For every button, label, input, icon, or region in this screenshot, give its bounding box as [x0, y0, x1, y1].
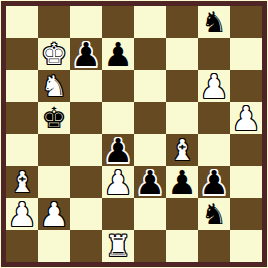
square-f6[interactable] — [166, 70, 198, 102]
square-g4[interactable] — [198, 134, 230, 166]
square-c3[interactable] — [70, 166, 102, 198]
square-b1[interactable] — [38, 230, 70, 262]
square-h8[interactable] — [230, 6, 262, 38]
square-h3[interactable] — [230, 166, 262, 198]
square-d2[interactable] — [102, 198, 134, 230]
square-g3[interactable]: ♟ — [198, 166, 230, 198]
square-d4[interactable]: ♟ — [102, 134, 134, 166]
square-f8[interactable] — [166, 6, 198, 38]
square-d5[interactable] — [102, 102, 134, 134]
square-g5[interactable] — [198, 102, 230, 134]
square-c7[interactable]: ♟ — [70, 38, 102, 70]
square-e6[interactable] — [134, 70, 166, 102]
white-king: ♚ — [41, 40, 67, 69]
square-d6[interactable] — [102, 70, 134, 102]
square-a4[interactable] — [6, 134, 38, 166]
black-pawn: ♟ — [103, 38, 133, 71]
square-f4[interactable]: ♝ — [166, 134, 198, 166]
white-pawn: ♟ — [231, 102, 261, 135]
square-h7[interactable] — [230, 38, 262, 70]
square-b7[interactable]: ♚ — [38, 38, 70, 70]
black-pawn: ♟ — [199, 166, 229, 199]
square-e2[interactable] — [134, 198, 166, 230]
square-a5[interactable] — [6, 102, 38, 134]
white-knight: ♞ — [41, 72, 67, 101]
white-pawn: ♟ — [39, 198, 69, 231]
square-g7[interactable] — [198, 38, 230, 70]
square-b8[interactable] — [38, 6, 70, 38]
square-f5[interactable] — [166, 102, 198, 134]
square-a1[interactable] — [6, 230, 38, 262]
square-a6[interactable] — [6, 70, 38, 102]
square-c1[interactable] — [70, 230, 102, 262]
square-c5[interactable] — [70, 102, 102, 134]
square-g2[interactable]: ♞ — [198, 198, 230, 230]
square-h4[interactable] — [230, 134, 262, 166]
square-b2[interactable]: ♟ — [38, 198, 70, 230]
square-c4[interactable] — [70, 134, 102, 166]
square-e1[interactable] — [134, 230, 166, 262]
chess-board: ♞♚♟♟♞♟♚♟♟♝♝♟♟♟♟♟♟♞♜ — [6, 6, 262, 262]
chess-board-frame: ♞♚♟♟♞♟♚♟♟♝♝♟♟♟♟♟♟♞♜ — [0, 0, 268, 268]
square-b6[interactable]: ♞ — [38, 70, 70, 102]
square-f7[interactable] — [166, 38, 198, 70]
square-f3[interactable]: ♟ — [166, 166, 198, 198]
square-b4[interactable] — [38, 134, 70, 166]
white-pawn: ♟ — [7, 198, 37, 231]
white-rook: ♜ — [105, 232, 131, 261]
square-d8[interactable] — [102, 6, 134, 38]
square-b5[interactable]: ♚ — [38, 102, 70, 134]
square-e3[interactable]: ♟ — [134, 166, 166, 198]
square-b3[interactable] — [38, 166, 70, 198]
square-e8[interactable] — [134, 6, 166, 38]
square-g1[interactable] — [198, 230, 230, 262]
black-king: ♚ — [41, 104, 67, 133]
square-c8[interactable] — [70, 6, 102, 38]
square-a2[interactable]: ♟ — [6, 198, 38, 230]
black-knight: ♞ — [201, 200, 227, 229]
square-d7[interactable]: ♟ — [102, 38, 134, 70]
square-h5[interactable]: ♟ — [230, 102, 262, 134]
square-a3[interactable]: ♝ — [6, 166, 38, 198]
square-c2[interactable] — [70, 198, 102, 230]
square-f2[interactable] — [166, 198, 198, 230]
square-g6[interactable]: ♟ — [198, 70, 230, 102]
square-a7[interactable] — [6, 38, 38, 70]
square-d3[interactable]: ♟ — [102, 166, 134, 198]
black-pawn: ♟ — [103, 134, 133, 167]
black-pawn: ♟ — [167, 166, 197, 199]
square-e5[interactable] — [134, 102, 166, 134]
white-pawn: ♟ — [199, 70, 229, 103]
square-e7[interactable] — [134, 38, 166, 70]
square-e4[interactable] — [134, 134, 166, 166]
square-a8[interactable] — [6, 6, 38, 38]
white-bishop: ♝ — [9, 168, 35, 197]
square-h6[interactable] — [230, 70, 262, 102]
square-c6[interactable] — [70, 70, 102, 102]
square-g8[interactable]: ♞ — [198, 6, 230, 38]
square-f1[interactable] — [166, 230, 198, 262]
black-knight: ♞ — [201, 8, 227, 37]
white-pawn: ♟ — [103, 166, 133, 199]
square-h1[interactable] — [230, 230, 262, 262]
black-pawn: ♟ — [135, 166, 165, 199]
black-pawn: ♟ — [71, 38, 101, 71]
square-h2[interactable] — [230, 198, 262, 230]
square-d1[interactable]: ♜ — [102, 230, 134, 262]
white-bishop: ♝ — [169, 136, 195, 165]
